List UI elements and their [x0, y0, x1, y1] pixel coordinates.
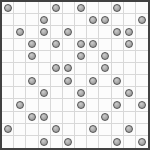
gray-circle-piece — [125, 89, 133, 97]
gray-circle-piece — [16, 101, 24, 109]
board-cell-r9c9[interactable] — [112, 112, 124, 124]
gray-circle-piece — [77, 40, 85, 48]
board-cell-r5c7[interactable] — [87, 63, 99, 75]
board-cell-r3c0[interactable] — [2, 39, 14, 51]
gray-circle-piece — [40, 28, 48, 36]
gray-circle-piece — [125, 28, 133, 36]
board-cell-r1c7[interactable] — [87, 14, 99, 26]
gray-circle-piece — [77, 101, 85, 109]
board-cell-r6c6[interactable] — [75, 75, 87, 87]
board-cell-r11c10[interactable] — [124, 136, 136, 148]
puzzle-screenshot — [0, 0, 150, 150]
board-cell-r2c6[interactable] — [75, 26, 87, 38]
gray-circle-piece — [89, 40, 97, 48]
gray-circle-piece — [28, 52, 36, 60]
board-cell-r5c2[interactable] — [26, 63, 38, 75]
board-cell-r8c6[interactable] — [75, 99, 87, 111]
board-cell-r5c9[interactable] — [112, 63, 124, 75]
board-cell-r6c4[interactable] — [51, 75, 63, 87]
board-cell-r6c5[interactable] — [63, 75, 75, 87]
gray-circle-piece — [89, 16, 97, 24]
board-cell-r11c3[interactable] — [39, 136, 51, 148]
gray-circle-piece — [4, 125, 12, 133]
board-cell-r1c4[interactable] — [51, 14, 63, 26]
board-cell-r2c7[interactable] — [87, 26, 99, 38]
board-cell-r8c11[interactable] — [136, 99, 148, 111]
board-cell-r1c1[interactable] — [14, 14, 26, 26]
board-cell-r1c6[interactable] — [75, 14, 87, 26]
gray-circle-piece — [113, 77, 121, 85]
gray-circle-piece — [52, 64, 60, 72]
board-cell-r5c3[interactable] — [39, 63, 51, 75]
gray-circle-piece — [89, 125, 97, 133]
gray-circle-piece — [4, 4, 12, 12]
gray-circle-piece — [52, 125, 60, 133]
board-cell-r4c10[interactable] — [124, 51, 136, 63]
board-cell-r0c0[interactable] — [2, 2, 14, 14]
board-cell-r2c11[interactable] — [136, 26, 148, 38]
gray-circle-piece — [113, 28, 121, 36]
board-cell-r8c4[interactable] — [51, 99, 63, 111]
board-cell-r9c2[interactable] — [26, 112, 38, 124]
gray-circle-piece — [138, 16, 146, 24]
board-cell-r5c11[interactable] — [136, 63, 148, 75]
board-cell-r4c8[interactable] — [99, 51, 111, 63]
board-cell-r10c8[interactable] — [99, 124, 111, 136]
gray-circle-piece — [64, 77, 72, 85]
board-cell-r3c2[interactable] — [26, 39, 38, 51]
gray-circle-piece — [40, 113, 48, 121]
board-cell-r8c1[interactable] — [14, 99, 26, 111]
board-cell-r9c4[interactable] — [51, 112, 63, 124]
board-cell-r0c6[interactable] — [75, 2, 87, 14]
gray-circle-piece — [40, 89, 48, 97]
board-cell-r5c1[interactable] — [14, 63, 26, 75]
board-cell-r1c2[interactable] — [26, 14, 38, 26]
board-cell-r5c0[interactable] — [2, 63, 14, 75]
board-cell-r5c8[interactable] — [99, 63, 111, 75]
board-cell-r0c1[interactable] — [14, 2, 26, 14]
board-cell-r2c0[interactable] — [2, 26, 14, 38]
board-cell-r2c8[interactable] — [99, 26, 111, 38]
board-cell-r10c7[interactable] — [87, 124, 99, 136]
board-cell-r9c8[interactable] — [99, 112, 111, 124]
board-cell-r6c3[interactable] — [39, 75, 51, 87]
board-cell-r5c4[interactable] — [51, 63, 63, 75]
board-cell-r6c9[interactable] — [112, 75, 124, 87]
gray-circle-piece — [113, 138, 121, 146]
board-cell-r9c10[interactable] — [124, 112, 136, 124]
board-cell-r7c11[interactable] — [136, 87, 148, 99]
board-cell-r8c0[interactable] — [2, 99, 14, 111]
board-cell-r10c0[interactable] — [2, 124, 14, 136]
board-cell-r4c2[interactable] — [26, 51, 38, 63]
board-cell-r0c9[interactable] — [112, 2, 124, 14]
gray-circle-piece — [40, 138, 48, 146]
board-frame — [0, 0, 150, 150]
gray-circle-piece — [52, 4, 60, 12]
board-cell-r1c9[interactable] — [112, 14, 124, 26]
board-cell-r8c2[interactable] — [26, 99, 38, 111]
board-cell-r3c10[interactable] — [124, 39, 136, 51]
gray-circle-piece — [16, 28, 24, 36]
board-cell-r0c2[interactable] — [26, 2, 38, 14]
board-cell-r3c3[interactable] — [39, 39, 51, 51]
board-cell-r2c9[interactable] — [112, 26, 124, 38]
board-cell-r1c11[interactable] — [136, 14, 148, 26]
board-cell-r10c4[interactable] — [51, 124, 63, 136]
gray-circle-piece — [40, 16, 48, 24]
gray-circle-piece — [77, 52, 85, 60]
board-cell-r1c10[interactable] — [124, 14, 136, 26]
board-cell-r6c1[interactable] — [14, 75, 26, 87]
board-cell-r3c11[interactable] — [136, 39, 148, 51]
board-cell-r10c9[interactable] — [112, 124, 124, 136]
board-cell-r11c0[interactable] — [2, 136, 14, 148]
board-cell-r7c3[interactable] — [39, 87, 51, 99]
board-cell-r1c3[interactable] — [39, 14, 51, 26]
board-cell-r8c9[interactable] — [112, 99, 124, 111]
board-cell-r4c0[interactable] — [2, 51, 14, 63]
gray-circle-piece — [77, 4, 85, 12]
board-cell-r4c3[interactable] — [39, 51, 51, 63]
gray-circle-piece — [125, 125, 133, 133]
board-cell-r7c2[interactable] — [26, 87, 38, 99]
board-cell-r4c11[interactable] — [136, 51, 148, 63]
board-cell-r9c11[interactable] — [136, 112, 148, 124]
board-cell-r2c4[interactable] — [51, 26, 63, 38]
board-cell-r8c7[interactable] — [87, 99, 99, 111]
board-cell-r11c2[interactable] — [26, 136, 38, 148]
board-cell-r6c2[interactable] — [26, 75, 38, 87]
gray-circle-piece — [113, 101, 121, 109]
board-cell-r0c10[interactable] — [124, 2, 136, 14]
board-cell-r5c6[interactable] — [75, 63, 87, 75]
gray-circle-piece — [101, 52, 109, 60]
board-cell-r0c8[interactable] — [99, 2, 111, 14]
gray-circle-piece — [125, 40, 133, 48]
board-cell-r3c1[interactable] — [14, 39, 26, 51]
gray-circle-piece — [138, 101, 146, 109]
board-cell-r0c7[interactable] — [87, 2, 99, 14]
board-cell-r5c10[interactable] — [124, 63, 136, 75]
board-cell-r10c3[interactable] — [39, 124, 51, 136]
board-cell-r4c4[interactable] — [51, 51, 63, 63]
board-cell-r11c6[interactable] — [75, 136, 87, 148]
board-cell-r8c5[interactable] — [63, 99, 75, 111]
board-cell-r11c9[interactable] — [112, 136, 124, 148]
board-cell-r3c5[interactable] — [63, 39, 75, 51]
board-cell-r3c7[interactable] — [87, 39, 99, 51]
board-cell-r2c3[interactable] — [39, 26, 51, 38]
board-cell-r6c7[interactable] — [87, 75, 99, 87]
board-cell-r3c6[interactable] — [75, 39, 87, 51]
board-cell-r0c11[interactable] — [136, 2, 148, 14]
board-cell-r4c5[interactable] — [63, 51, 75, 63]
board-cell-r11c4[interactable] — [51, 136, 63, 148]
board-cell-r9c7[interactable] — [87, 112, 99, 124]
board-cell-r9c5[interactable] — [63, 112, 75, 124]
board-cell-r3c9[interactable] — [112, 39, 124, 51]
board-cell-r1c8[interactable] — [99, 14, 111, 26]
board-cell-r4c7[interactable] — [87, 51, 99, 63]
board-cell-r9c6[interactable] — [75, 112, 87, 124]
board-cell-r6c8[interactable] — [99, 75, 111, 87]
gray-circle-piece — [101, 64, 109, 72]
board-cell-r6c10[interactable] — [124, 75, 136, 87]
board-cell-r3c4[interactable] — [51, 39, 63, 51]
board-cell-r0c3[interactable] — [39, 2, 51, 14]
gray-circle-piece — [28, 113, 36, 121]
board-cell-r10c1[interactable] — [14, 124, 26, 136]
board-cell-r7c10[interactable] — [124, 87, 136, 99]
gray-circle-piece — [101, 16, 109, 24]
gray-circle-piece — [138, 138, 146, 146]
board-cell-r1c0[interactable] — [2, 14, 14, 26]
gray-circle-piece — [113, 4, 121, 12]
board-cell-r10c2[interactable] — [26, 124, 38, 136]
board-cell-r8c8[interactable] — [99, 99, 111, 111]
board-cell-r7c4[interactable] — [51, 87, 63, 99]
board-cell-r9c1[interactable] — [14, 112, 26, 124]
gray-circle-piece — [52, 40, 60, 48]
board-cell-r8c10[interactable] — [124, 99, 136, 111]
board-cell-r7c9[interactable] — [112, 87, 124, 99]
gray-circle-piece — [89, 77, 97, 85]
board-cell-r9c0[interactable] — [2, 112, 14, 124]
board-cell-r2c1[interactable] — [14, 26, 26, 38]
board-cell-r7c1[interactable] — [14, 87, 26, 99]
board-cell-r0c4[interactable] — [51, 2, 63, 14]
gray-circle-piece — [64, 64, 72, 72]
board-cell-r10c11[interactable] — [136, 124, 148, 136]
puzzle-board — [2, 2, 148, 148]
board-cell-r0c5[interactable] — [63, 2, 75, 14]
board-cell-r3c8[interactable] — [99, 39, 111, 51]
board-cell-r11c11[interactable] — [136, 136, 148, 148]
board-cell-r7c5[interactable] — [63, 87, 75, 99]
board-cell-r5c5[interactable] — [63, 63, 75, 75]
board-cell-r7c6[interactable] — [75, 87, 87, 99]
board-cell-r9c3[interactable] — [39, 112, 51, 124]
board-cell-r6c11[interactable] — [136, 75, 148, 87]
gray-circle-piece — [28, 77, 36, 85]
gray-circle-piece — [28, 40, 36, 48]
board-cell-r10c10[interactable] — [124, 124, 136, 136]
board-cell-r6c0[interactable] — [2, 75, 14, 87]
gray-circle-piece — [64, 138, 72, 146]
board-cell-r4c1[interactable] — [14, 51, 26, 63]
gray-circle-piece — [101, 113, 109, 121]
gray-circle-piece — [77, 89, 85, 97]
board-cell-r7c8[interactable] — [99, 87, 111, 99]
board-cell-r8c3[interactable] — [39, 99, 51, 111]
board-cell-r11c1[interactable] — [14, 136, 26, 148]
board-cell-r11c5[interactable] — [63, 136, 75, 148]
board-cell-r10c6[interactable] — [75, 124, 87, 136]
board-cell-r7c0[interactable] — [2, 87, 14, 99]
board-cell-r2c5[interactable] — [63, 26, 75, 38]
board-cell-r1c5[interactable] — [63, 14, 75, 26]
board-cell-r7c7[interactable] — [87, 87, 99, 99]
board-cell-r4c9[interactable] — [112, 51, 124, 63]
board-cell-r4c6[interactable] — [75, 51, 87, 63]
board-cell-r2c2[interactable] — [26, 26, 38, 38]
board-cell-r11c7[interactable] — [87, 136, 99, 148]
board-cell-r2c10[interactable] — [124, 26, 136, 38]
gray-circle-piece — [64, 28, 72, 36]
board-cell-r10c5[interactable] — [63, 124, 75, 136]
board-cell-r11c8[interactable] — [99, 136, 111, 148]
